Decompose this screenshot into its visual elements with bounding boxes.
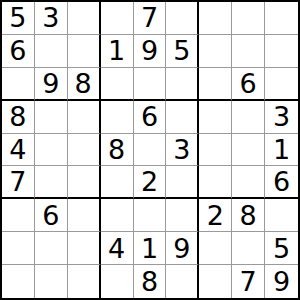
cell-r8c9[interactable]: 5: [265, 232, 298, 265]
cell-r8c2[interactable]: [35, 232, 68, 265]
cell-r5c7[interactable]: [199, 134, 232, 167]
cell-r6c3[interactable]: [68, 166, 101, 199]
cell-r3c4[interactable]: [101, 68, 134, 101]
cell-r1c9[interactable]: [265, 2, 298, 35]
cell-r4c1[interactable]: 8: [2, 101, 35, 134]
cell-r6c1[interactable]: 7: [2, 166, 35, 199]
cell-r9c2[interactable]: [35, 265, 68, 298]
cell-r2c8[interactable]: [232, 35, 265, 68]
cell-r7c2[interactable]: 6: [35, 199, 68, 232]
cell-r7c8[interactable]: 8: [232, 199, 265, 232]
cell-r8c3[interactable]: [68, 232, 101, 265]
cell-r3c5[interactable]: [134, 68, 167, 101]
cell-r7c7[interactable]: 2: [199, 199, 232, 232]
cell-r3c2[interactable]: 9: [35, 68, 68, 101]
cell-r3c7[interactable]: [199, 68, 232, 101]
cell-r5c8[interactable]: [232, 134, 265, 167]
cell-r6c8[interactable]: [232, 166, 265, 199]
cell-r6c5[interactable]: 2: [134, 166, 167, 199]
sudoku-board: 537619598686348317266284195879: [0, 0, 300, 300]
cell-r8c1[interactable]: [2, 232, 35, 265]
cell-r6c4[interactable]: [101, 166, 134, 199]
cell-r4c9[interactable]: 3: [265, 101, 298, 134]
cell-r3c6[interactable]: [166, 68, 199, 101]
cell-r7c3[interactable]: [68, 199, 101, 232]
cell-r4c6[interactable]: [166, 101, 199, 134]
cell-r5c4[interactable]: 8: [101, 134, 134, 167]
cell-r8c8[interactable]: [232, 232, 265, 265]
cell-r1c7[interactable]: [199, 2, 232, 35]
cell-r7c9[interactable]: [265, 199, 298, 232]
cell-r6c9[interactable]: 6: [265, 166, 298, 199]
cell-r1c1[interactable]: 5: [2, 2, 35, 35]
cell-r9c7[interactable]: [199, 265, 232, 298]
cell-r5c2[interactable]: [35, 134, 68, 167]
cell-r7c1[interactable]: [2, 199, 35, 232]
cell-r9c5[interactable]: 8: [134, 265, 167, 298]
cell-r3c1[interactable]: [2, 68, 35, 101]
cell-r9c3[interactable]: [68, 265, 101, 298]
cell-r2c7[interactable]: [199, 35, 232, 68]
cell-r2c4[interactable]: 1: [101, 35, 134, 68]
cell-r5c5[interactable]: [134, 134, 167, 167]
cell-r1c3[interactable]: [68, 2, 101, 35]
cell-r7c4[interactable]: [101, 199, 134, 232]
cell-r9c9[interactable]: 9: [265, 265, 298, 298]
cell-r7c6[interactable]: [166, 199, 199, 232]
cell-r9c6[interactable]: [166, 265, 199, 298]
cell-r9c1[interactable]: [2, 265, 35, 298]
cell-r4c3[interactable]: [68, 101, 101, 134]
cell-r8c7[interactable]: [199, 232, 232, 265]
cell-r4c4[interactable]: [101, 101, 134, 134]
cell-r1c4[interactable]: [101, 2, 134, 35]
cell-r5c1[interactable]: 4: [2, 134, 35, 167]
cell-r5c9[interactable]: 1: [265, 134, 298, 167]
cell-r8c6[interactable]: 9: [166, 232, 199, 265]
cell-r1c2[interactable]: 3: [35, 2, 68, 35]
cell-r5c6[interactable]: 3: [166, 134, 199, 167]
cell-r3c3[interactable]: 8: [68, 68, 101, 101]
cell-r8c4[interactable]: 4: [101, 232, 134, 265]
cell-r9c4[interactable]: [101, 265, 134, 298]
cell-r6c6[interactable]: [166, 166, 199, 199]
cell-r4c7[interactable]: [199, 101, 232, 134]
cell-r2c5[interactable]: 9: [134, 35, 167, 68]
cell-r3c8[interactable]: 6: [232, 68, 265, 101]
cell-r2c2[interactable]: [35, 35, 68, 68]
cell-r6c7[interactable]: [199, 166, 232, 199]
cell-r4c5[interactable]: 6: [134, 101, 167, 134]
cell-r1c5[interactable]: 7: [134, 2, 167, 35]
cell-r5c3[interactable]: [68, 134, 101, 167]
cell-r2c3[interactable]: [68, 35, 101, 68]
cell-r9c8[interactable]: 7: [232, 265, 265, 298]
cell-r4c8[interactable]: [232, 101, 265, 134]
cell-r6c2[interactable]: [35, 166, 68, 199]
cell-r2c1[interactable]: 6: [2, 35, 35, 68]
cell-r1c6[interactable]: [166, 2, 199, 35]
cell-r1c8[interactable]: [232, 2, 265, 35]
cell-r2c9[interactable]: [265, 35, 298, 68]
cell-r2c6[interactable]: 5: [166, 35, 199, 68]
cell-r7c5[interactable]: [134, 199, 167, 232]
cell-r8c5[interactable]: 1: [134, 232, 167, 265]
cell-r3c9[interactable]: [265, 68, 298, 101]
cell-r4c2[interactable]: [35, 101, 68, 134]
